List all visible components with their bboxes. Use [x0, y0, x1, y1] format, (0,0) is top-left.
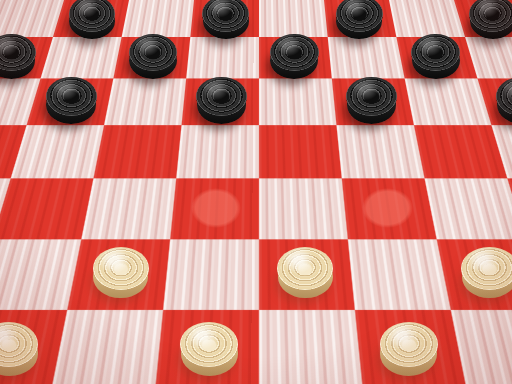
black-checker[interactable]	[270, 34, 319, 80]
checker-top-face	[461, 247, 512, 290]
checker-top-face	[346, 77, 397, 116]
checker-top-face	[380, 322, 438, 367]
black-checker[interactable]	[0, 34, 36, 80]
black-checker[interactable]	[411, 34, 460, 80]
black-checker[interactable]	[129, 34, 178, 80]
black-checker[interactable]	[196, 77, 247, 125]
black-checker[interactable]	[346, 77, 397, 125]
black-checker[interactable]	[469, 0, 512, 40]
pieces-layer	[0, 0, 512, 384]
checkers-game-scene	[0, 0, 512, 384]
move-hint[interactable]	[191, 188, 241, 228]
white-checker[interactable]	[277, 247, 333, 300]
black-checker[interactable]	[69, 0, 116, 40]
black-checker[interactable]	[336, 0, 383, 40]
checker-top-face	[93, 247, 149, 290]
white-checker[interactable]	[180, 322, 238, 377]
white-checker[interactable]	[461, 247, 512, 300]
black-checker[interactable]	[202, 0, 249, 40]
white-checker[interactable]	[0, 322, 38, 377]
black-checker[interactable]	[496, 77, 512, 125]
checker-top-face	[469, 0, 512, 32]
checker-top-face	[196, 77, 247, 116]
white-checker[interactable]	[380, 322, 438, 377]
black-checker[interactable]	[46, 77, 97, 125]
checker-top-face	[180, 322, 238, 367]
checker-top-face	[46, 77, 97, 116]
checker-top-face	[277, 247, 333, 290]
white-checker[interactable]	[93, 247, 149, 300]
checker-top-face	[336, 0, 383, 32]
checker-top-face	[270, 34, 319, 72]
move-hint[interactable]	[362, 188, 412, 228]
